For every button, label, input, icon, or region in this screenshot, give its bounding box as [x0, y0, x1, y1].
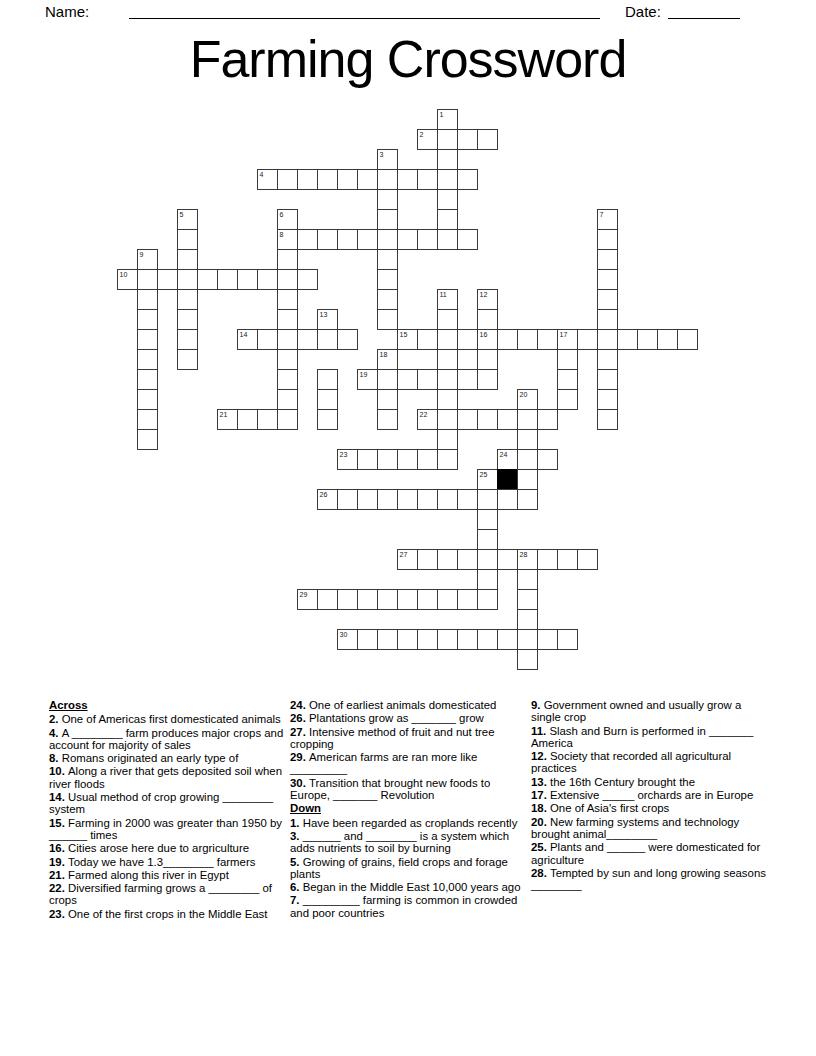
- grid-cell[interactable]: [237, 269, 258, 290]
- clue-number: 22: [420, 411, 428, 418]
- grid-cell[interactable]: [137, 349, 158, 370]
- clue-number: 17: [560, 331, 568, 338]
- worksheet-page: Name: Date: Farming Crossword 1234567891…: [0, 0, 816, 1056]
- down-header: Down: [290, 802, 528, 814]
- clue-16: 16. Cities arose here due to argricultur…: [49, 842, 287, 854]
- grid-cell[interactable]: [577, 549, 598, 570]
- grid-cell[interactable]: [397, 449, 418, 470]
- grid-cell[interactable]: [477, 589, 498, 610]
- grid-cell[interactable]: [437, 389, 458, 410]
- grid-cell[interactable]: [277, 289, 298, 310]
- clue-18: 18. One of Asia's first crops: [531, 802, 773, 814]
- clue-number: 28: [520, 551, 528, 558]
- clue-21: 21. Farmed along this river in Egypt: [49, 869, 287, 881]
- clue-number: 12: [480, 291, 488, 298]
- grid-cell[interactable]: [477, 369, 498, 390]
- clue-26: 26. Plantations grow as _______ grow: [290, 712, 528, 724]
- clue-24: 24. One of earliest animals domesticated: [290, 699, 528, 711]
- grid-cell[interactable]: [517, 429, 538, 450]
- grid-cell[interactable]: [377, 369, 398, 390]
- grid-cell[interactable]: [397, 589, 418, 610]
- grid-cell[interactable]: [377, 209, 398, 230]
- grid-cell[interactable]: [277, 309, 298, 330]
- grid-cell[interactable]: [337, 329, 358, 350]
- grid-cell[interactable]: [537, 329, 558, 350]
- grid-cell[interactable]: [397, 629, 418, 650]
- grid-cell[interactable]: [537, 629, 558, 650]
- clue-number: 27: [400, 551, 408, 558]
- clue-number: 3: [380, 151, 384, 158]
- grid-cell[interactable]: [277, 249, 298, 270]
- clue-20: 20. New farming systems and technology b…: [531, 816, 773, 841]
- grid-cell[interactable]: [257, 269, 278, 290]
- grid-cell[interactable]: [457, 369, 478, 390]
- date-input-line[interactable]: [668, 3, 740, 19]
- grid-cell[interactable]: [517, 589, 538, 610]
- grid-cell[interactable]: [377, 269, 398, 290]
- clue-29: 29. American farms are ran more like ___…: [290, 751, 528, 776]
- grid-cell[interactable]: [497, 329, 518, 350]
- grid-cell[interactable]: [497, 549, 518, 570]
- name-input-line[interactable]: [129, 3, 600, 19]
- grid-cell[interactable]: [517, 629, 538, 650]
- name-label: Name:: [45, 3, 89, 20]
- clue-7: 7. _________ farming is common in crowde…: [290, 894, 528, 919]
- grid-cell[interactable]: [377, 249, 398, 270]
- grid-cell[interactable]: [437, 149, 458, 170]
- grid-cell[interactable]: [557, 629, 578, 650]
- grid-cell[interactable]: [597, 389, 618, 410]
- grid-cell[interactable]: [137, 289, 158, 310]
- clue-number: 14: [240, 331, 248, 338]
- grid-cell[interactable]: [437, 169, 458, 190]
- clue-9: 9. Government owned and usually grow a s…: [531, 699, 773, 724]
- grid-cell[interactable]: [397, 229, 418, 250]
- grid-cell[interactable]: [337, 489, 358, 510]
- grid-cell[interactable]: [597, 289, 618, 310]
- grid-cell[interactable]: [177, 349, 198, 370]
- grid-cell[interactable]: [517, 609, 538, 630]
- grid-cell[interactable]: [597, 349, 618, 370]
- grid-cell[interactable]: [277, 369, 298, 390]
- clue-12: 12. Society that recorded all agricultur…: [531, 750, 773, 775]
- grid-cell[interactable]: [297, 169, 318, 190]
- clue-4: 4. A ________ farm produces major crops …: [49, 727, 287, 752]
- grid-cell[interactable]: [157, 269, 178, 290]
- grid-cell[interactable]: [457, 489, 478, 510]
- clue-number: 24: [500, 451, 508, 458]
- grid-cell[interactable]: [277, 349, 298, 370]
- grid-cell[interactable]: [297, 229, 318, 250]
- grid-cell[interactable]: [557, 549, 578, 570]
- grid-cell[interactable]: [357, 629, 378, 650]
- grid-cell[interactable]: [437, 429, 458, 450]
- grid-cell[interactable]: [297, 269, 318, 290]
- grid-cell[interactable]: [477, 309, 498, 330]
- clue-number: 15: [400, 331, 408, 338]
- grid-cell[interactable]: [597, 409, 618, 430]
- grid-cell[interactable]: [377, 449, 398, 470]
- clue-number: 11: [440, 291, 447, 298]
- grid-cell[interactable]: [397, 169, 418, 190]
- clues-column-across: Across2. One of Americas first domestica…: [49, 699, 287, 921]
- grid-cell[interactable]: [357, 169, 378, 190]
- grid-cell[interactable]: [377, 289, 398, 310]
- grid-cell[interactable]: [437, 409, 458, 430]
- clues-column-middle: 24. One of earliest animals domesticated…: [290, 699, 528, 920]
- clue-19: 19. Today we have 1.3________ farmers: [49, 856, 287, 868]
- clue-1: 1. Have been regarded as croplands recen…: [290, 817, 528, 829]
- grid-cell[interactable]: [477, 569, 498, 590]
- clue-number: 5: [180, 211, 184, 218]
- grid-cell[interactable]: [377, 189, 398, 210]
- clue-number: 30: [340, 631, 348, 638]
- grid-cell[interactable]: [417, 229, 438, 250]
- grid-cell[interactable]: [417, 629, 438, 650]
- clue-14: 14. Usual method of crop growing _______…: [49, 791, 287, 816]
- clue-number: 25: [480, 471, 488, 478]
- grid-cell[interactable]: [437, 369, 458, 390]
- grid-cell[interactable]: [317, 589, 338, 610]
- clue-number: 6: [280, 211, 284, 218]
- clue-23: 23. One of the first crops in the Middle…: [49, 908, 287, 920]
- across-header: Across: [49, 699, 287, 711]
- grid-cell[interactable]: [137, 389, 158, 410]
- grid-cell[interactable]: [517, 489, 538, 510]
- grid-cell[interactable]: [177, 229, 198, 250]
- grid-cell[interactable]: [517, 329, 538, 350]
- grid-cell[interactable]: [417, 589, 438, 610]
- grid-cell[interactable]: [277, 169, 298, 190]
- page-title: Farming Crossword: [0, 30, 816, 90]
- grid-cell[interactable]: [177, 309, 198, 330]
- grid-cell[interactable]: [597, 369, 618, 390]
- grid-cell[interactable]: [177, 269, 198, 290]
- grid-cell[interactable]: [317, 409, 338, 430]
- clue-number: 8: [280, 231, 284, 238]
- grid-cell[interactable]: [477, 509, 498, 530]
- grid-cell[interactable]: [137, 309, 158, 330]
- grid-cell[interactable]: [277, 389, 298, 410]
- grid-cell[interactable]: [417, 169, 438, 190]
- clue-22: 22. Diversified farming grows a ________…: [49, 882, 287, 907]
- clue-number: 13: [320, 311, 328, 318]
- grid-cell[interactable]: [257, 329, 278, 350]
- grid-cell[interactable]: [437, 489, 458, 510]
- grid-cell[interactable]: [437, 629, 458, 650]
- grid-cell[interactable]: [457, 329, 478, 350]
- clue-30: 30. Transition that brought new foods to…: [290, 777, 528, 802]
- clue-15: 15. Farming in 2000 was greater than 195…: [49, 817, 287, 842]
- grid-cell[interactable]: [317, 169, 338, 190]
- clue-number: 23: [340, 451, 348, 458]
- grid-cell[interactable]: [297, 329, 318, 350]
- grid-cell[interactable]: [377, 309, 398, 330]
- grid-cell[interactable]: [357, 489, 378, 510]
- grid-cell[interactable]: [597, 309, 618, 330]
- grid-cell[interactable]: [257, 409, 278, 430]
- clue-5: 5. Growing of grains, field crops and fo…: [290, 856, 528, 881]
- clue-number: 9: [140, 251, 144, 258]
- crossword-grid: 1234567891011121314151617181920212223242…: [117, 109, 698, 670]
- grid-cell[interactable]: [377, 229, 398, 250]
- clue-8: 8. Romans originated an early type of: [49, 752, 287, 764]
- clue-6: 6. Began in the Middle East 10,000 years…: [290, 881, 528, 893]
- grid-cell[interactable]: [357, 229, 378, 250]
- grid-cell[interactable]: [597, 249, 618, 270]
- grid-cell[interactable]: [417, 549, 438, 570]
- clues-column-down: 9. Government owned and usually grow a s…: [531, 699, 773, 892]
- clue-3: 3. ______ and ________ is a system which…: [290, 830, 528, 855]
- grid-cell[interactable]: [517, 449, 538, 470]
- grid-cell[interactable]: [517, 649, 538, 670]
- grid-cell[interactable]: [537, 449, 558, 470]
- grid-cell-black: [497, 469, 518, 490]
- grid-cell[interactable]: [177, 329, 198, 350]
- clue-number: 7: [600, 211, 604, 218]
- clue-number: 21: [220, 411, 228, 418]
- grid-cell[interactable]: [217, 269, 238, 290]
- grid-cell[interactable]: [557, 369, 578, 390]
- clue-number: 1: [440, 111, 444, 118]
- grid-cell[interactable]: [477, 629, 498, 650]
- clue-13: 13. the 16th Century brought the: [531, 776, 773, 788]
- grid-cell[interactable]: [677, 329, 698, 350]
- grid-cell[interactable]: [457, 129, 478, 150]
- grid-cell[interactable]: [497, 629, 518, 650]
- grid-cell[interactable]: [437, 329, 458, 350]
- grid-cell[interactable]: [337, 229, 358, 250]
- grid-cell[interactable]: [397, 489, 418, 510]
- grid-cell[interactable]: [457, 549, 478, 570]
- grid-cell[interactable]: [377, 409, 398, 430]
- clue-number: 26: [320, 491, 328, 498]
- grid-cell[interactable]: [137, 429, 158, 450]
- grid-cell[interactable]: [197, 269, 218, 290]
- grid-cell[interactable]: [477, 549, 498, 570]
- grid-cell[interactable]: [457, 229, 478, 250]
- grid-cell[interactable]: [377, 589, 398, 610]
- grid-cell[interactable]: [617, 329, 638, 350]
- grid-cell[interactable]: [137, 409, 158, 430]
- grid-cell[interactable]: [477, 129, 498, 150]
- date-label: Date:: [625, 3, 661, 20]
- grid-cell[interactable]: [417, 329, 438, 350]
- grid-cell[interactable]: [137, 369, 158, 390]
- grid-cell[interactable]: [437, 449, 458, 470]
- grid-cell[interactable]: [517, 409, 538, 430]
- grid-cell[interactable]: [177, 289, 198, 310]
- grid-cell[interactable]: [437, 309, 458, 330]
- grid-cell[interactable]: [357, 589, 378, 610]
- grid-cell[interactable]: [477, 529, 498, 550]
- clue-number: 4: [260, 171, 264, 178]
- grid-cell[interactable]: [457, 409, 478, 430]
- grid-cell[interactable]: [517, 569, 538, 590]
- grid-cell[interactable]: [477, 489, 498, 510]
- clue-number: 19: [360, 371, 368, 378]
- grid-cell[interactable]: [457, 589, 478, 610]
- grid-cell[interactable]: [477, 349, 498, 370]
- grid-cell[interactable]: [477, 409, 498, 430]
- grid-cell[interactable]: [437, 229, 458, 250]
- grid-cell[interactable]: [517, 469, 538, 490]
- grid-cell[interactable]: [497, 489, 518, 510]
- grid-cell[interactable]: [337, 589, 358, 610]
- grid-cell[interactable]: [537, 549, 558, 570]
- grid-cell[interactable]: [237, 409, 258, 430]
- grid-cell[interactable]: [397, 369, 418, 390]
- grid-cell[interactable]: [417, 449, 438, 470]
- grid-cell[interactable]: [277, 269, 298, 290]
- grid-cell[interactable]: [377, 629, 398, 650]
- grid-cell[interactable]: [457, 169, 478, 190]
- grid-cell[interactable]: [317, 369, 338, 390]
- grid-cell[interactable]: [577, 329, 598, 350]
- grid-cell[interactable]: [657, 329, 678, 350]
- clue-17: 17. Extensive _____ orchards are in Euro…: [531, 789, 773, 801]
- clue-number: 20: [520, 391, 528, 398]
- grid-cell[interactable]: [137, 269, 158, 290]
- grid-cell[interactable]: [417, 489, 438, 510]
- grid-cell[interactable]: [377, 169, 398, 190]
- grid-cell[interactable]: [377, 389, 398, 410]
- grid-cell[interactable]: [637, 329, 658, 350]
- grid-cell[interactable]: [337, 169, 358, 190]
- grid-cell[interactable]: [177, 249, 198, 270]
- grid-cell[interactable]: [377, 489, 398, 510]
- grid-cell[interactable]: [457, 629, 478, 650]
- clue-2: 2. One of Americas first domesticated an…: [49, 713, 287, 725]
- grid-cell[interactable]: [597, 269, 618, 290]
- grid-cell[interactable]: [437, 189, 458, 210]
- clue-28: 28. Tempted by sun and long growing seas…: [531, 867, 773, 892]
- clue-27: 27. Intensive method of fruit and nut tr…: [290, 726, 528, 751]
- grid-cell[interactable]: [437, 209, 458, 230]
- grid-cell[interactable]: [497, 409, 518, 430]
- clue-number: 29: [300, 591, 308, 598]
- grid-cell[interactable]: [317, 229, 338, 250]
- clue-number: 16: [480, 331, 488, 338]
- grid-cell[interactable]: [557, 389, 578, 410]
- grid-cell[interactable]: [317, 389, 338, 410]
- clue-number: 18: [380, 351, 388, 358]
- grid-cell[interactable]: [137, 329, 158, 350]
- clue-25: 25. Plants and ______ were domesticated …: [531, 841, 773, 866]
- grid-cell[interactable]: [437, 129, 458, 150]
- grid-cell[interactable]: [437, 349, 458, 370]
- grid-cell[interactable]: [277, 329, 298, 350]
- grid-cell[interactable]: [437, 589, 458, 610]
- grid-cell[interactable]: [557, 349, 578, 370]
- clue-number: 10: [120, 271, 128, 278]
- grid-cell[interactable]: [537, 409, 558, 430]
- clue-number: 2: [420, 131, 424, 138]
- grid-cell[interactable]: [357, 449, 378, 470]
- grid-cell[interactable]: [277, 409, 298, 430]
- grid-cell[interactable]: [317, 329, 338, 350]
- clue-11: 11. Slash and Burn is performed in _____…: [531, 725, 773, 750]
- grid-cell[interactable]: [417, 369, 438, 390]
- grid-cell[interactable]: [437, 549, 458, 570]
- grid-cell[interactable]: [597, 329, 618, 350]
- clue-10: 10. Along a river that gets deposited so…: [49, 765, 287, 790]
- grid-cell[interactable]: [597, 229, 618, 250]
